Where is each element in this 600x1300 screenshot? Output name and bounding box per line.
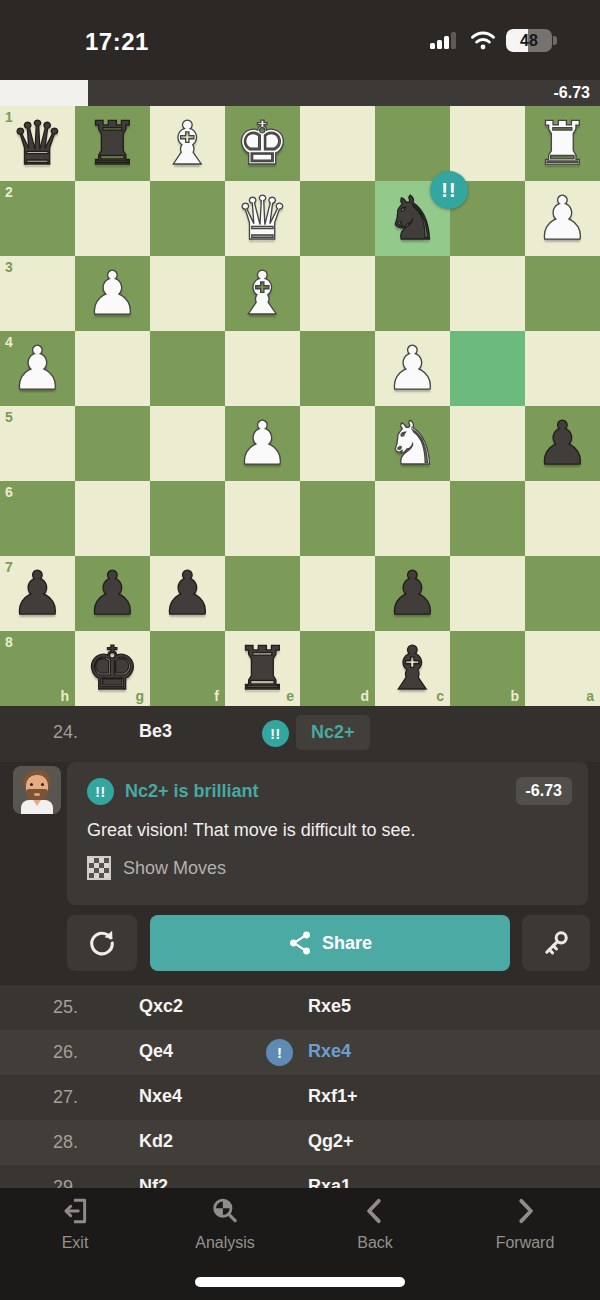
square-e7[interactable] [225, 556, 300, 631]
chevron-right-icon [509, 1196, 541, 1226]
white-queen[interactable]: ♛ [236, 181, 290, 256]
square-g2[interactable] [75, 181, 150, 256]
black-move-selected[interactable]: Nc2+ [296, 715, 370, 750]
white-king[interactable]: ♚ [236, 106, 290, 181]
move-row-27[interactable]: 27.Nxe4Rxf1+ [0, 1075, 600, 1120]
comment-title: Nc2+ is brilliant [125, 781, 259, 802]
square-d2[interactable] [300, 181, 375, 256]
square-f3[interactable] [150, 256, 225, 331]
square-a3[interactable] [525, 256, 600, 331]
square-f7[interactable]: ♟ [150, 556, 225, 631]
file-label: d [360, 688, 369, 704]
file-label: e [286, 688, 294, 704]
black-pawn[interactable]: ♟ [386, 556, 440, 631]
square-a7[interactable] [525, 556, 600, 631]
square-c4[interactable]: ♟ [375, 331, 450, 406]
square-g1[interactable]: ♜ [75, 106, 150, 181]
square-f2[interactable] [150, 181, 225, 256]
black-bishop[interactable]: ♝ [386, 631, 440, 706]
move-number: 25. [40, 997, 78, 1018]
square-c5[interactable]: ♞ [375, 406, 450, 481]
analysis-icon [209, 1196, 241, 1226]
eval-white-segment [0, 80, 88, 106]
square-d6[interactable] [300, 481, 375, 556]
black-move[interactable]: Rxe5 [308, 996, 351, 1017]
square-g4[interactable] [75, 331, 150, 406]
retry-button[interactable] [67, 915, 137, 971]
rank-label: 6 [5, 484, 13, 500]
file-label: a [586, 688, 594, 704]
square-c8[interactable]: c♝ [375, 631, 450, 706]
square-c7[interactable]: ♟ [375, 556, 450, 631]
square-e4[interactable] [225, 331, 300, 406]
square-h2[interactable]: 2 [0, 181, 75, 256]
square-h1[interactable]: 1♛ [0, 106, 75, 181]
current-move-row[interactable]: 24. Be3 !! Nc2+ [0, 706, 600, 762]
white-pawn[interactable]: ♟ [536, 181, 590, 256]
rank-label: 7 [5, 559, 13, 575]
square-g6[interactable] [75, 481, 150, 556]
white-pawn[interactable]: ♟ [386, 331, 440, 406]
share-label: Share [322, 933, 372, 954]
square-a2[interactable]: ♟ [525, 181, 600, 256]
file-label: g [135, 688, 144, 704]
white-move[interactable]: Nxe4 [139, 1086, 182, 1107]
square-c3[interactable] [375, 256, 450, 331]
white-move[interactable]: Nf2 [139, 1176, 168, 1188]
great-move-badge-icon: ! [266, 1039, 293, 1066]
retry-icon [86, 927, 118, 959]
square-f5[interactable] [150, 406, 225, 481]
board-brilliant-badge-icon: !! [430, 171, 468, 209]
square-d7[interactable] [300, 556, 375, 631]
move-row-26[interactable]: 26.Qe4!Rxe4 [0, 1030, 600, 1075]
white-bishop[interactable]: ♝ [236, 256, 290, 331]
exit-icon [59, 1196, 91, 1226]
white-bishop[interactable]: ♝ [161, 106, 215, 181]
square-d5[interactable] [300, 406, 375, 481]
square-e6[interactable] [225, 481, 300, 556]
white-pawn[interactable]: ♟ [236, 406, 290, 481]
square-h6[interactable]: 6 [0, 481, 75, 556]
square-f6[interactable] [150, 481, 225, 556]
square-a1[interactable]: ♜ [525, 106, 600, 181]
square-b5[interactable] [450, 406, 525, 481]
square-a4[interactable] [525, 331, 600, 406]
battery-percent: 48 [506, 29, 552, 52]
black-rook[interactable]: ♜ [86, 106, 140, 181]
white-move[interactable]: Qxc2 [139, 996, 183, 1017]
move-number: 26. [40, 1042, 78, 1063]
key-button[interactable] [522, 915, 590, 971]
square-b6[interactable] [450, 481, 525, 556]
black-pawn[interactable]: ♟ [86, 556, 140, 631]
square-a6[interactable] [525, 481, 600, 556]
white-rook[interactable]: ♜ [536, 106, 590, 181]
square-h3[interactable]: 3 [0, 256, 75, 331]
eval-badge: -6.73 [516, 777, 572, 805]
board-icon [87, 856, 111, 880]
eval-value: -6.73 [554, 80, 590, 106]
square-e8[interactable]: e♜ [225, 631, 300, 706]
square-e1[interactable]: ♚ [225, 106, 300, 181]
brilliant-badge-icon: !! [262, 720, 289, 747]
file-label: f [214, 688, 219, 704]
black-king[interactable]: ♚ [86, 631, 140, 706]
square-c1[interactable] [375, 106, 450, 181]
square-a8[interactable]: a [525, 631, 600, 706]
home-indicator[interactable] [195, 1277, 405, 1287]
file-label: b [510, 688, 519, 704]
square-b3[interactable] [450, 256, 525, 331]
square-d4[interactable] [300, 331, 375, 406]
share-button[interactable]: Share [150, 915, 510, 971]
black-rook[interactable]: ♜ [236, 631, 290, 706]
square-h4[interactable]: 4♟ [0, 331, 75, 406]
white-pawn[interactable]: ♟ [11, 331, 65, 406]
nav-forward[interactable]: Forward [465, 1196, 585, 1252]
square-g8[interactable]: g♚ [75, 631, 150, 706]
chevron-left-icon [359, 1196, 391, 1226]
white-pawn[interactable]: ♟ [86, 256, 140, 331]
move-row-25[interactable]: 25.Qxc2Rxe5 [0, 985, 600, 1030]
square-b7[interactable] [450, 556, 525, 631]
square-g7[interactable]: ♟ [75, 556, 150, 631]
show-moves-button[interactable]: Show Moves [87, 856, 226, 880]
chess-board[interactable]: 1♛♜♝♚♜2♛♞♟3♟♝4♟♟5♟♞♟67♟♟♟♟8hg♚fe♜dc♝ba!! [0, 106, 600, 706]
black-queen[interactable]: ♛ [11, 106, 65, 181]
comment-body: Great vision! That move is difficult to … [87, 820, 415, 841]
nav-exit[interactable]: Exit [15, 1196, 135, 1252]
share-icon [288, 930, 312, 956]
square-e5[interactable]: ♟ [225, 406, 300, 481]
black-move[interactable]: Rxa1 [308, 1176, 351, 1188]
evaluation-bar: -6.73 [0, 80, 600, 106]
black-move[interactable]: Rxe4 [308, 1041, 351, 1062]
square-h7[interactable]: 7♟ [0, 556, 75, 631]
square-e3[interactable]: ♝ [225, 256, 300, 331]
nav-analysis[interactable]: Analysis [165, 1196, 285, 1252]
rank-label: 2 [5, 184, 13, 200]
move-number: 28. [40, 1132, 78, 1153]
square-a5[interactable]: ♟ [525, 406, 600, 481]
key-icon [541, 928, 571, 958]
square-c6[interactable] [375, 481, 450, 556]
square-b4[interactable] [450, 331, 525, 406]
black-pawn[interactable]: ♟ [11, 556, 65, 631]
white-move[interactable]: Be3 [139, 721, 172, 742]
move-row-29[interactable]: 29.Nf2Rxa1 [0, 1165, 600, 1188]
cell-signal-icon [430, 32, 462, 49]
square-b8[interactable]: b [450, 631, 525, 706]
square-h8[interactable]: 8h [0, 631, 75, 706]
white-knight[interactable]: ♞ [386, 406, 440, 481]
square-h5[interactable]: 5 [0, 406, 75, 481]
brilliant-badge-icon: !! [87, 778, 114, 805]
move-number: 29. [40, 1177, 78, 1188]
square-g3[interactable]: ♟ [75, 256, 150, 331]
file-label: h [60, 688, 69, 704]
square-f1[interactable]: ♝ [150, 106, 225, 181]
show-moves-label: Show Moves [123, 858, 226, 879]
rank-label: 5 [5, 409, 13, 425]
square-e2[interactable]: ♛ [225, 181, 300, 256]
status-bar: 17:21 48 [0, 0, 600, 80]
move-number: 27. [40, 1087, 78, 1108]
square-b1[interactable] [450, 106, 525, 181]
clock-time: 17:21 [85, 28, 149, 56]
square-f4[interactable] [150, 331, 225, 406]
nav-back[interactable]: Back [315, 1196, 435, 1252]
wifi-icon [470, 30, 496, 50]
move-number: 24. [40, 722, 78, 743]
black-move[interactable]: Rxf1+ [308, 1086, 358, 1107]
square-d8[interactable]: d [300, 631, 375, 706]
black-pawn[interactable]: ♟ [161, 556, 215, 631]
rank-label: 3 [5, 259, 13, 275]
white-move[interactable]: Kd2 [139, 1131, 173, 1152]
coach-avatar[interactable] [13, 766, 61, 814]
move-row-28[interactable]: 28.Kd2Qg2+ [0, 1120, 600, 1165]
move-comment-card: !! Nc2+ is brilliant -6.73 Great vision!… [67, 762, 588, 905]
black-move[interactable]: Qg2+ [308, 1131, 354, 1152]
rank-label: 4 [5, 334, 13, 350]
square-d1[interactable] [300, 106, 375, 181]
rank-label: 1 [5, 109, 13, 125]
rank-label: 8 [5, 634, 13, 650]
square-g5[interactable] [75, 406, 150, 481]
move-list[interactable]: 25.Qxc2Rxe526.Qe4!Rxe427.Nxe4Rxf1+28.Kd2… [0, 985, 600, 1188]
file-label: c [436, 688, 444, 704]
white-move[interactable]: Qe4 [139, 1041, 173, 1062]
chess-analysis-screen: 17:21 48 -6.73 1♛♜♝♚♜2♛♞♟3♟♝4♟♟5♟♞♟67♟♟♟… [0, 0, 600, 1300]
square-f8[interactable]: f [150, 631, 225, 706]
square-d3[interactable] [300, 256, 375, 331]
battery-icon: 48 [506, 29, 552, 52]
black-pawn[interactable]: ♟ [536, 406, 590, 481]
battery-nub [553, 36, 557, 45]
